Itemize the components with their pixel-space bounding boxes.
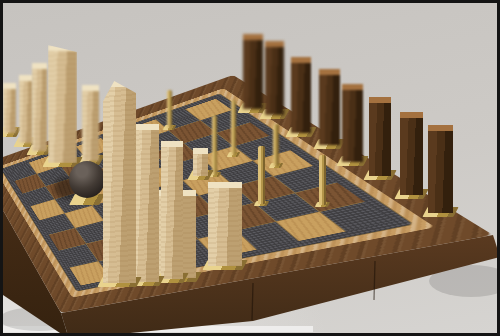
black-knight-b8[interactable] <box>265 41 284 115</box>
white-rook-a1[interactable] <box>3 83 16 133</box>
white-bishop-c1[interactable] <box>32 63 47 151</box>
black-knight-g8[interactable] <box>400 112 423 195</box>
black-queen-d8-top-face <box>319 69 340 75</box>
white-bishop-f1[interactable] <box>133 124 159 282</box>
white-knight-g1-top-face <box>161 141 183 147</box>
white-pawn-d2-top-face <box>82 85 99 91</box>
black-rook-h8-top-face <box>428 125 453 131</box>
white-bishop-c1-top-face <box>32 63 47 69</box>
black-bishop-c8[interactable] <box>291 57 311 133</box>
framed-photo <box>0 0 500 336</box>
black-knight-g8-top-face <box>400 112 423 118</box>
black-bishop-f8-top-face <box>369 97 391 103</box>
white-rook-h1-top-face <box>208 182 242 188</box>
black-pawn-d6[interactable] <box>273 124 279 166</box>
black-pawn-c5[interactable] <box>258 146 265 204</box>
white-king-e1-top-face <box>103 81 136 87</box>
white-knight-g1[interactable] <box>161 141 183 279</box>
white-knight-b1[interactable] <box>19 75 33 143</box>
white-rook-h1[interactable] <box>208 182 242 266</box>
black-rook-a8[interactable] <box>243 34 263 109</box>
white-rook-a1-top-face <box>3 83 16 89</box>
black-rook-h8[interactable] <box>428 125 453 213</box>
black-queen-d8[interactable] <box>319 69 340 145</box>
white-queen-d1[interactable] <box>48 45 77 163</box>
white-king-e1[interactable] <box>103 81 136 283</box>
white-bishop-f1-top-face <box>133 124 159 130</box>
black-bishop-f8[interactable] <box>369 97 391 176</box>
scene <box>3 3 497 333</box>
black-king-e8[interactable] <box>342 84 363 162</box>
black-queen-b2-sphere[interactable] <box>69 161 105 198</box>
white-pawn-f2[interactable] <box>193 148 208 176</box>
black-pawn-a7[interactable] <box>167 90 172 128</box>
black-knight-b8-top-face <box>265 41 284 47</box>
black-king-e8-top-face <box>342 84 363 90</box>
black-pawn-c7[interactable] <box>231 100 236 155</box>
pieces-layer <box>3 3 497 333</box>
white-pawn-f2-top-face <box>193 148 208 154</box>
white-pawn-d2[interactable] <box>82 85 99 161</box>
white-knight-b1-top-face <box>19 75 33 81</box>
black-rook-a8-top-face <box>243 34 263 40</box>
black-pawn-b6[interactable] <box>212 115 217 175</box>
black-pawn-e5[interactable] <box>319 155 326 205</box>
black-bishop-c8-top-face <box>291 57 311 63</box>
white-queen-d1-top-face <box>48 45 77 51</box>
